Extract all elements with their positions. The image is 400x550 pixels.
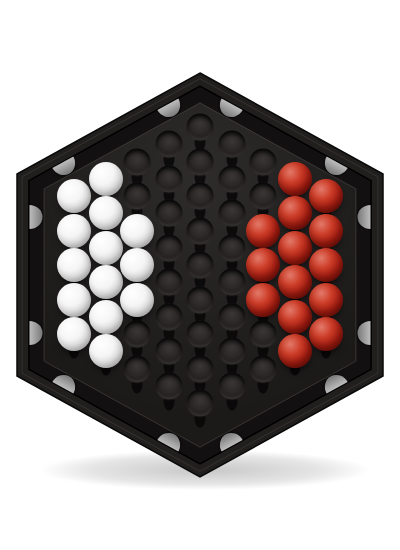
board-hole[interactable] [218,200,245,227]
red-marble[interactable] [246,283,280,317]
board-hole[interactable] [187,252,214,279]
board-hole[interactable] [218,165,245,192]
white-marble[interactable] [89,334,123,368]
white-marble[interactable] [89,231,123,265]
board-hole[interactable] [250,183,277,210]
board-hole[interactable] [155,338,182,365]
board-hole[interactable] [155,165,182,192]
red-marble[interactable] [278,196,312,230]
board-hole[interactable] [250,355,277,382]
red-marble[interactable] [278,334,312,368]
white-marble[interactable] [89,300,123,334]
board-hole[interactable] [250,148,277,175]
red-marble[interactable] [246,214,280,248]
board-hole[interactable] [187,217,214,244]
board-hole[interactable] [124,355,151,382]
board-hole[interactable] [218,234,245,261]
board-hole[interactable] [155,303,182,330]
board-hole[interactable] [218,269,245,296]
board-hole[interactable] [155,131,182,158]
board-hole[interactable] [187,114,214,141]
red-marble[interactable] [278,265,312,299]
board-hole[interactable] [187,355,214,382]
board-hole[interactable] [218,131,245,158]
board-hole[interactable] [218,372,245,399]
board-hole[interactable] [218,338,245,365]
red-marble[interactable] [246,248,280,282]
board-hole[interactable] [218,303,245,330]
board-hole[interactable] [155,234,182,261]
board-hole[interactable] [124,321,151,348]
board-hole[interactable] [124,148,151,175]
red-marble[interactable] [278,300,312,334]
white-marble[interactable] [89,162,123,196]
red-marble[interactable] [309,179,343,213]
red-marble[interactable] [278,162,312,196]
white-marble[interactable] [89,265,123,299]
white-marble[interactable] [89,196,123,230]
white-marble[interactable] [57,179,91,213]
board-hole[interactable] [187,390,214,417]
white-marble[interactable] [57,214,91,248]
board-hole[interactable] [155,372,182,399]
red-marble[interactable] [309,248,343,282]
white-marble[interactable] [120,214,154,248]
white-marble[interactable] [120,283,154,317]
red-marble[interactable] [309,317,343,351]
red-marble[interactable] [309,283,343,317]
white-marble[interactable] [57,317,91,351]
red-marble[interactable] [278,231,312,265]
abalone-board-photo [0,0,400,550]
board-hole[interactable] [187,183,214,210]
white-marble[interactable] [120,248,154,282]
board-hole[interactable] [124,183,151,210]
white-marble[interactable] [57,283,91,317]
board-hole[interactable] [155,269,182,296]
board-hole[interactable] [187,286,214,313]
red-marble[interactable] [309,214,343,248]
board-hole[interactable] [187,148,214,175]
white-marble[interactable] [57,248,91,282]
board-hole[interactable] [187,321,214,348]
board-hole[interactable] [250,321,277,348]
board-hole[interactable] [155,200,182,227]
